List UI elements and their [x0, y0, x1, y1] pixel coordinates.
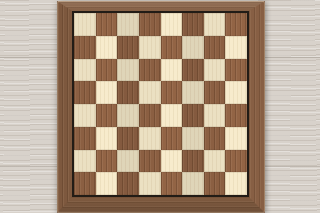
square-f5[interactable] — [182, 81, 204, 104]
square-h5[interactable] — [225, 81, 247, 104]
square-g6[interactable] — [204, 59, 226, 82]
square-a7[interactable] — [74, 36, 96, 59]
board-border-line — [72, 11, 249, 197]
square-a5[interactable] — [74, 81, 96, 104]
square-c6[interactable] — [117, 59, 139, 82]
square-g8[interactable] — [204, 13, 226, 36]
square-d6[interactable] — [139, 59, 161, 82]
square-a3[interactable] — [74, 127, 96, 150]
square-e5[interactable] — [161, 81, 183, 104]
square-c4[interactable] — [117, 104, 139, 127]
square-f2[interactable] — [182, 150, 204, 173]
square-h1[interactable] — [225, 172, 247, 195]
square-h8[interactable] — [225, 13, 247, 36]
square-a6[interactable] — [74, 59, 96, 82]
square-a4[interactable] — [74, 104, 96, 127]
square-e2[interactable] — [161, 150, 183, 173]
square-h2[interactable] — [225, 150, 247, 173]
square-d7[interactable] — [139, 36, 161, 59]
square-d2[interactable] — [139, 150, 161, 173]
square-f6[interactable] — [182, 59, 204, 82]
square-f4[interactable] — [182, 104, 204, 127]
square-d8[interactable] — [139, 13, 161, 36]
square-e6[interactable] — [161, 59, 183, 82]
square-h3[interactable] — [225, 127, 247, 150]
board-frame-right — [249, 1, 265, 213]
square-g5[interactable] — [204, 81, 226, 104]
square-b1[interactable] — [96, 172, 118, 195]
wood-floor — [0, 0, 320, 213]
square-b7[interactable] — [96, 36, 118, 59]
square-h7[interactable] — [225, 36, 247, 59]
square-e1[interactable] — [161, 172, 183, 195]
square-c3[interactable] — [117, 127, 139, 150]
square-d3[interactable] — [139, 127, 161, 150]
square-f1[interactable] — [182, 172, 204, 195]
square-h4[interactable] — [225, 104, 247, 127]
square-f3[interactable] — [182, 127, 204, 150]
square-b2[interactable] — [96, 150, 118, 173]
square-h6[interactable] — [225, 59, 247, 82]
square-g1[interactable] — [204, 172, 226, 195]
square-a8[interactable] — [74, 13, 96, 36]
square-d5[interactable] — [139, 81, 161, 104]
square-b8[interactable] — [96, 13, 118, 36]
square-c2[interactable] — [117, 150, 139, 173]
square-g2[interactable] — [204, 150, 226, 173]
chess-board[interactable] — [57, 1, 265, 213]
square-e4[interactable] — [161, 104, 183, 127]
board-grid — [74, 13, 247, 195]
square-c5[interactable] — [117, 81, 139, 104]
square-f8[interactable] — [182, 13, 204, 36]
square-e7[interactable] — [161, 36, 183, 59]
square-c1[interactable] — [117, 172, 139, 195]
square-e8[interactable] — [161, 13, 183, 36]
square-b4[interactable] — [96, 104, 118, 127]
square-g3[interactable] — [204, 127, 226, 150]
board-frame-left — [57, 1, 72, 213]
square-b6[interactable] — [96, 59, 118, 82]
square-d1[interactable] — [139, 172, 161, 195]
square-g7[interactable] — [204, 36, 226, 59]
square-e3[interactable] — [161, 127, 183, 150]
square-c8[interactable] — [117, 13, 139, 36]
square-g4[interactable] — [204, 104, 226, 127]
square-b3[interactable] — [96, 127, 118, 150]
square-a2[interactable] — [74, 150, 96, 173]
square-a1[interactable] — [74, 172, 96, 195]
square-b5[interactable] — [96, 81, 118, 104]
square-d4[interactable] — [139, 104, 161, 127]
square-f7[interactable] — [182, 36, 204, 59]
square-c7[interactable] — [117, 36, 139, 59]
